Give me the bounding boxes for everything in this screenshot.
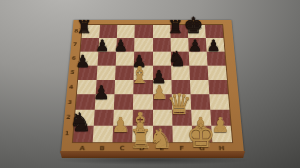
square-b1[interactable] bbox=[93, 126, 114, 142]
piece-white-bishop-d5[interactable]: ♝ bbox=[129, 63, 150, 86]
piece-black-pawn-b4[interactable]: ♟ bbox=[93, 84, 110, 103]
piece-black-pawn-g7[interactable]: ♟ bbox=[188, 38, 202, 54]
piece-black-pawn-b7[interactable]: ♟ bbox=[95, 38, 109, 54]
rank-label-4: 4 bbox=[68, 80, 74, 94]
square-g3[interactable] bbox=[190, 95, 210, 110]
square-h5[interactable] bbox=[207, 65, 226, 79]
square-h4[interactable] bbox=[208, 80, 228, 95]
piece-white-knight-e1[interactable]: ♞ bbox=[149, 126, 173, 153]
square-g5[interactable] bbox=[189, 65, 208, 79]
piece-white-king-g1[interactable]: ♚ bbox=[186, 120, 215, 153]
square-b5[interactable] bbox=[97, 65, 116, 79]
piece-white-queen-f3[interactable]: ♛ bbox=[167, 91, 192, 119]
rank-label-5: 5 bbox=[70, 65, 75, 79]
piece-black-rook-a8[interactable]: ♜ bbox=[76, 19, 92, 37]
square-g4[interactable] bbox=[190, 80, 210, 95]
piece-black-king-g8[interactable]: ♚ bbox=[184, 14, 204, 36]
piece-black-pawn-h7[interactable]: ♟ bbox=[207, 38, 221, 54]
square-d8[interactable] bbox=[135, 25, 153, 38]
rank-label-7: 7 bbox=[72, 38, 77, 51]
piece-black-knight-f6[interactable]: ♞ bbox=[168, 49, 187, 70]
piece-white-pawn-e4[interactable]: ♟ bbox=[151, 84, 168, 103]
piece-black-knight-a2[interactable]: ♞ bbox=[69, 110, 92, 136]
piece-black-rook-f8[interactable]: ♜ bbox=[168, 19, 184, 37]
chess-app-background: ABCDEFGH12345678 ♜♜♚♟♟♟♟♟♟♞♟♟♞♝♟♛♟♝♟♟♜♞♚ bbox=[0, 0, 300, 168]
piece-black-pawn-a6[interactable]: ♟ bbox=[76, 53, 91, 70]
square-d7[interactable] bbox=[134, 38, 152, 51]
piece-black-pawn-c7[interactable]: ♟ bbox=[114, 38, 128, 54]
square-h3[interactable] bbox=[209, 95, 229, 110]
